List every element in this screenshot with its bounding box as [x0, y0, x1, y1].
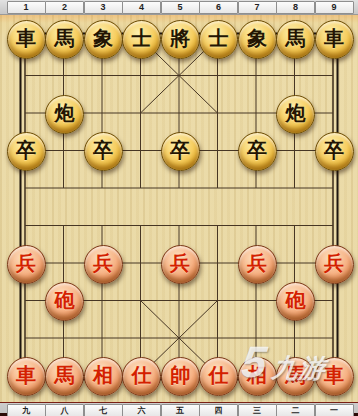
piece-character: 車: [324, 357, 344, 394]
piece-character: 砲: [286, 282, 306, 319]
piece-character: 卒: [93, 132, 113, 169]
piece-character: 相: [93, 357, 113, 394]
board-grid: [0, 0, 358, 416]
piece-red-soldier[interactable]: 兵: [84, 245, 123, 284]
file-label-bottom-8: 二: [276, 404, 315, 416]
file-label-top-6: 6: [199, 1, 238, 14]
file-label-top-9: 9: [315, 1, 354, 14]
piece-character: 仕: [209, 357, 229, 394]
file-label-bottom-1: 九: [7, 404, 46, 416]
piece-character: 馬: [286, 357, 306, 394]
piece-red-cannon[interactable]: 砲: [276, 282, 315, 321]
piece-character: 卒: [247, 132, 267, 169]
piece-character: 兵: [16, 245, 36, 282]
piece-black-advisor[interactable]: 士: [199, 20, 238, 59]
file-label-bottom-5: 五: [161, 404, 200, 416]
piece-character: 兵: [247, 245, 267, 282]
piece-character: 車: [324, 20, 344, 57]
piece-red-chariot[interactable]: 車: [7, 357, 46, 396]
piece-black-soldier[interactable]: 卒: [84, 132, 123, 171]
file-label-top-4: 4: [122, 1, 161, 14]
piece-red-advisor[interactable]: 仕: [199, 357, 238, 396]
piece-black-cannon[interactable]: 炮: [45, 95, 84, 134]
file-label-top-3: 3: [84, 1, 123, 14]
file-label-top-1: 1: [7, 1, 46, 14]
file-label-bottom-3: 七: [84, 404, 123, 416]
piece-black-elephant[interactable]: 象: [84, 20, 123, 59]
piece-red-soldier[interactable]: 兵: [7, 245, 46, 284]
piece-red-advisor[interactable]: 仕: [122, 357, 161, 396]
bottom-coordinate-bar: 九八七六五四三二一: [0, 402, 358, 416]
piece-red-horse[interactable]: 馬: [276, 357, 315, 396]
file-label-bottom-9: 一: [315, 404, 354, 416]
piece-black-soldier[interactable]: 卒: [161, 132, 200, 171]
piece-red-soldier[interactable]: 兵: [315, 245, 354, 284]
piece-character: 士: [209, 20, 229, 57]
piece-character: 士: [132, 20, 152, 57]
piece-character: 車: [16, 357, 36, 394]
piece-character: 卒: [16, 132, 36, 169]
piece-character: 帥: [170, 357, 190, 394]
file-label-bottom-4: 六: [122, 404, 161, 416]
piece-black-horse[interactable]: 馬: [45, 20, 84, 59]
piece-black-general[interactable]: 將: [161, 20, 200, 59]
piece-character: 車: [16, 20, 36, 57]
piece-black-soldier[interactable]: 卒: [315, 132, 354, 171]
piece-character: 馬: [286, 20, 306, 57]
piece-character: 相: [247, 357, 267, 394]
piece-black-horse[interactable]: 馬: [276, 20, 315, 59]
piece-character: 兵: [170, 245, 190, 282]
piece-black-elephant[interactable]: 象: [238, 20, 277, 59]
piece-black-chariot[interactable]: 車: [315, 20, 354, 59]
piece-black-soldier[interactable]: 卒: [7, 132, 46, 171]
file-label-top-2: 2: [45, 1, 84, 14]
file-label-bottom-6: 四: [199, 404, 238, 416]
piece-character: 象: [93, 20, 113, 57]
piece-character: 砲: [55, 282, 75, 319]
piece-character: 卒: [324, 132, 344, 169]
piece-character: 馬: [55, 20, 75, 57]
top-coordinate-bar: 123456789: [0, 0, 358, 15]
piece-red-chariot[interactable]: 車: [315, 357, 354, 396]
piece-character: 卒: [170, 132, 190, 169]
piece-red-soldier[interactable]: 兵: [161, 245, 200, 284]
piece-character: 將: [170, 20, 190, 57]
piece-black-soldier[interactable]: 卒: [238, 132, 277, 171]
file-label-bottom-2: 八: [45, 404, 84, 416]
piece-red-soldier[interactable]: 兵: [238, 245, 277, 284]
file-label-bottom-7: 三: [238, 404, 277, 416]
piece-character: 兵: [324, 245, 344, 282]
piece-character: 炮: [55, 95, 75, 132]
xiangqi-app: 123456789 九八七六五四三二一 車馬象士將士象馬車炮炮卒卒卒卒卒兵兵兵兵…: [0, 0, 358, 416]
piece-character: 兵: [93, 245, 113, 282]
piece-red-general[interactable]: 帥: [161, 357, 200, 396]
piece-red-elephant[interactable]: 相: [238, 357, 277, 396]
piece-black-advisor[interactable]: 士: [122, 20, 161, 59]
piece-red-horse[interactable]: 馬: [45, 357, 84, 396]
piece-red-cannon[interactable]: 砲: [45, 282, 84, 321]
piece-character: 炮: [286, 95, 306, 132]
piece-black-chariot[interactable]: 車: [7, 20, 46, 59]
piece-character: 象: [247, 20, 267, 57]
piece-red-elephant[interactable]: 相: [84, 357, 123, 396]
file-label-top-5: 5: [161, 1, 200, 14]
file-label-top-8: 8: [276, 1, 315, 14]
piece-character: 仕: [132, 357, 152, 394]
piece-character: 馬: [55, 357, 75, 394]
piece-black-cannon[interactable]: 炮: [276, 95, 315, 134]
file-label-top-7: 7: [238, 1, 277, 14]
